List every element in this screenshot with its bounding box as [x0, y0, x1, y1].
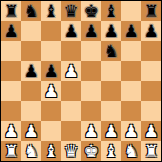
square-a8[interactable]: ♜: [1, 1, 21, 21]
square-b6[interactable]: [21, 41, 41, 61]
square-h7[interactable]: ♟: [141, 21, 161, 41]
square-d8[interactable]: ♛: [61, 1, 81, 21]
piece-white-knight-g1[interactable]: ♞: [123, 141, 138, 161]
square-f3[interactable]: [101, 101, 121, 121]
square-g7[interactable]: ♟: [121, 21, 141, 41]
piece-white-pawn-h2[interactable]: ♟: [143, 121, 158, 141]
square-e3[interactable]: [81, 101, 101, 121]
square-g3[interactable]: [121, 101, 141, 121]
square-a5[interactable]: [1, 61, 21, 81]
piece-white-pawn-d5[interactable]: ♟: [63, 61, 78, 81]
square-h2[interactable]: ♟: [141, 121, 161, 141]
square-h6[interactable]: [141, 41, 161, 61]
square-f1[interactable]: ♝: [101, 141, 121, 161]
piece-black-knight-f6[interactable]: ♞: [103, 41, 118, 61]
square-h1[interactable]: ♜: [141, 141, 161, 161]
square-f5[interactable]: [101, 61, 121, 81]
piece-white-bishop-f1[interactable]: ♝: [103, 141, 118, 161]
piece-white-pawn-e2[interactable]: ♟: [83, 121, 98, 141]
chess-board: ♜♞♝♛♚♝♜♟♟♟♟♟♟♞♟♟♟♟♟♟♟♟♟♟♜♞♝♛♚♝♞♜: [1, 1, 161, 161]
square-g4[interactable]: [121, 81, 141, 101]
square-b4[interactable]: [21, 81, 41, 101]
square-e4[interactable]: [81, 81, 101, 101]
piece-white-pawn-f2[interactable]: ♟: [103, 121, 118, 141]
square-a1[interactable]: ♜: [1, 141, 21, 161]
square-d3[interactable]: [61, 101, 81, 121]
piece-black-knight-b8[interactable]: ♞: [23, 1, 38, 21]
square-g8[interactable]: [121, 1, 141, 21]
piece-white-pawn-c4[interactable]: ♟: [43, 81, 58, 101]
piece-black-pawn-b5[interactable]: ♟: [23, 61, 38, 81]
square-f8[interactable]: ♝: [101, 1, 121, 21]
piece-white-pawn-g2[interactable]: ♟: [123, 121, 138, 141]
square-b8[interactable]: ♞: [21, 1, 41, 21]
square-b7[interactable]: [21, 21, 41, 41]
piece-white-king-e1[interactable]: ♚: [83, 141, 98, 161]
square-b1[interactable]: ♞: [21, 141, 41, 161]
chess-board-frame: ♜♞♝♛♚♝♜♟♟♟♟♟♟♞♟♟♟♟♟♟♟♟♟♟♜♞♝♛♚♝♞♜: [0, 0, 162, 162]
square-d1[interactable]: ♛: [61, 141, 81, 161]
square-c4[interactable]: ♟: [41, 81, 61, 101]
square-h4[interactable]: [141, 81, 161, 101]
piece-white-knight-b1[interactable]: ♞: [23, 141, 38, 161]
square-e5[interactable]: [81, 61, 101, 81]
square-c8[interactable]: ♝: [41, 1, 61, 21]
piece-black-pawn-h7[interactable]: ♟: [143, 21, 158, 41]
piece-black-bishop-c8[interactable]: ♝: [43, 1, 58, 21]
square-g6[interactable]: [121, 41, 141, 61]
square-e7[interactable]: ♟: [81, 21, 101, 41]
square-g2[interactable]: ♟: [121, 121, 141, 141]
piece-black-bishop-f8[interactable]: ♝: [103, 1, 118, 21]
square-d6[interactable]: [61, 41, 81, 61]
piece-black-pawn-g7[interactable]: ♟: [123, 21, 138, 41]
square-c2[interactable]: [41, 121, 61, 141]
piece-black-king-e8[interactable]: ♚: [83, 1, 98, 21]
piece-white-queen-d1[interactable]: ♛: [63, 141, 78, 161]
square-a6[interactable]: [1, 41, 21, 61]
square-d7[interactable]: ♟: [61, 21, 81, 41]
square-a4[interactable]: [1, 81, 21, 101]
square-e2[interactable]: ♟: [81, 121, 101, 141]
square-a2[interactable]: ♟: [1, 121, 21, 141]
square-g1[interactable]: ♞: [121, 141, 141, 161]
square-f2[interactable]: ♟: [101, 121, 121, 141]
piece-white-rook-h1[interactable]: ♜: [143, 141, 158, 161]
piece-black-queen-d8[interactable]: ♛: [63, 1, 78, 21]
square-c7[interactable]: [41, 21, 61, 41]
piece-white-rook-a1[interactable]: ♜: [3, 141, 18, 161]
square-f7[interactable]: ♟: [101, 21, 121, 41]
square-d5[interactable]: ♟: [61, 61, 81, 81]
square-b2[interactable]: ♟: [21, 121, 41, 141]
square-h3[interactable]: [141, 101, 161, 121]
square-c5[interactable]: ♟: [41, 61, 61, 81]
square-b5[interactable]: ♟: [21, 61, 41, 81]
square-f6[interactable]: ♞: [101, 41, 121, 61]
square-e6[interactable]: [81, 41, 101, 61]
square-d4[interactable]: [61, 81, 81, 101]
square-c6[interactable]: [41, 41, 61, 61]
square-e1[interactable]: ♚: [81, 141, 101, 161]
piece-black-pawn-a7[interactable]: ♟: [3, 21, 18, 41]
piece-black-pawn-d7[interactable]: ♟: [63, 21, 78, 41]
square-h5[interactable]: [141, 61, 161, 81]
square-c1[interactable]: ♝: [41, 141, 61, 161]
square-d2[interactable]: [61, 121, 81, 141]
square-a7[interactable]: ♟: [1, 21, 21, 41]
square-g5[interactable]: [121, 61, 141, 81]
square-h8[interactable]: ♜: [141, 1, 161, 21]
square-e8[interactable]: ♚: [81, 1, 101, 21]
square-f4[interactable]: [101, 81, 121, 101]
piece-black-pawn-c5[interactable]: ♟: [43, 61, 58, 81]
piece-black-rook-a8[interactable]: ♜: [3, 1, 18, 21]
square-a3[interactable]: [1, 101, 21, 121]
square-c3[interactable]: [41, 101, 61, 121]
piece-black-rook-h8[interactable]: ♜: [143, 1, 158, 21]
piece-white-bishop-c1[interactable]: ♝: [43, 141, 58, 161]
piece-white-pawn-a2[interactable]: ♟: [3, 121, 18, 141]
piece-black-pawn-f7[interactable]: ♟: [103, 21, 118, 41]
piece-white-pawn-b2[interactable]: ♟: [23, 121, 38, 141]
square-b3[interactable]: [21, 101, 41, 121]
piece-black-pawn-e7[interactable]: ♟: [83, 21, 98, 41]
